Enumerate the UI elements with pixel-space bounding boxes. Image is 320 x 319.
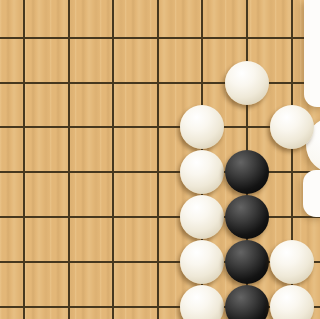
grid-line-horizontal: [0, 82, 320, 84]
white-stone: [180, 150, 224, 194]
white-stone: [180, 195, 224, 239]
white-stone: [270, 105, 314, 149]
black-stone: [225, 150, 269, 194]
white-stone: [270, 240, 314, 284]
white-stone: [180, 285, 224, 319]
grid-line-horizontal: [0, 216, 320, 218]
grid-line-vertical: [68, 0, 70, 319]
side-panel-bottom[interactable]: [303, 170, 320, 217]
grid-line-vertical: [157, 0, 159, 319]
side-panel-top[interactable]: [304, 0, 320, 107]
white-stone: [180, 240, 224, 284]
grid-line-vertical: [23, 0, 25, 319]
black-stone: [225, 240, 269, 284]
white-stone: [225, 61, 269, 105]
black-stone: [225, 195, 269, 239]
go-app-screen: [0, 0, 320, 319]
white-stone: [180, 105, 224, 149]
grid-line-vertical: [112, 0, 114, 319]
white-stone: [270, 285, 314, 319]
black-stone: [225, 285, 269, 319]
grid-line-horizontal: [0, 171, 320, 173]
grid-line-horizontal: [0, 37, 320, 39]
go-board[interactable]: [0, 0, 320, 319]
